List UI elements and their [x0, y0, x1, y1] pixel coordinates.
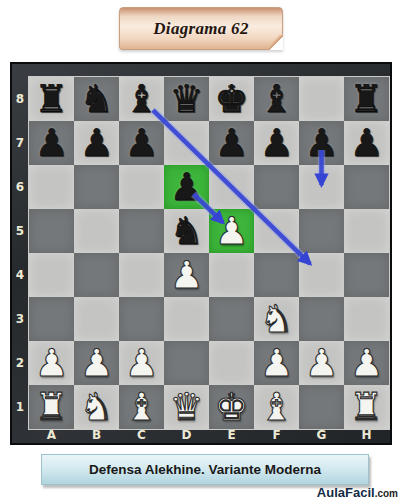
piece-black-rook: ♜	[344, 77, 389, 121]
square-e5: ♟	[209, 209, 254, 253]
caption-banner: Defensa Alekhine. Variante Moderna	[41, 454, 369, 485]
square-b4	[74, 253, 119, 297]
square-c2: ♟	[119, 341, 164, 385]
square-b7: ♟	[74, 121, 119, 165]
piece-white-pawn: ♟	[254, 341, 299, 385]
piece-black-king: ♚	[209, 77, 254, 121]
rank-label-7: 7	[12, 121, 28, 165]
brand-watermark: AulaFacil.com	[317, 485, 398, 500]
piece-black-knight: ♞	[74, 77, 119, 121]
piece-white-bishop: ♝	[119, 385, 164, 429]
file-label-e: E	[209, 429, 254, 443]
square-h8: ♜	[344, 77, 389, 121]
brand-name: AulaFacil	[317, 485, 375, 500]
rank-label-8: 8	[12, 77, 28, 121]
piece-black-bishop: ♝	[119, 77, 164, 121]
rank-label-5: 5	[12, 209, 28, 253]
square-f4	[254, 253, 299, 297]
file-label-a: A	[29, 429, 74, 443]
file-label-d: D	[164, 429, 209, 443]
file-label-c: C	[119, 429, 164, 443]
square-e7: ♟	[209, 121, 254, 165]
square-b2: ♟	[74, 341, 119, 385]
square-g1	[299, 385, 344, 429]
square-f8: ♝	[254, 77, 299, 121]
square-c5	[119, 209, 164, 253]
square-c4	[119, 253, 164, 297]
square-f3: ♞	[254, 297, 299, 341]
square-a4	[29, 253, 74, 297]
rank-label-6: 6	[12, 165, 28, 209]
chess-board-frame: ♜♞♝♛♚♝♜♟♟♟♟♟♟♟♟♞♟♟♞♟♟♟♟♟♟♜♞♝♛♚♝♜ 8765432…	[10, 62, 392, 445]
piece-white-king: ♚	[209, 385, 254, 429]
piece-black-bishop: ♝	[254, 77, 299, 121]
square-c6	[119, 165, 164, 209]
rank-label-4: 4	[12, 253, 28, 297]
square-b1: ♞	[74, 385, 119, 429]
diagram-title: Diagrama 62	[153, 19, 248, 39]
square-h4	[344, 253, 389, 297]
piece-white-queen: ♛	[164, 385, 209, 429]
file-label-g: G	[299, 429, 344, 443]
square-e6	[209, 165, 254, 209]
square-e4	[209, 253, 254, 297]
square-a1: ♜	[29, 385, 74, 429]
file-label-h: H	[344, 429, 389, 443]
piece-white-pawn: ♟	[209, 209, 254, 253]
piece-black-rook: ♜	[29, 77, 74, 121]
square-c7: ♟	[119, 121, 164, 165]
square-h7: ♟	[344, 121, 389, 165]
square-g3	[299, 297, 344, 341]
square-a7: ♟	[29, 121, 74, 165]
piece-white-rook: ♜	[29, 385, 74, 429]
piece-black-pawn: ♟	[344, 121, 389, 165]
square-c1: ♝	[119, 385, 164, 429]
square-h1: ♜	[344, 385, 389, 429]
square-d3	[164, 297, 209, 341]
square-e8: ♚	[209, 77, 254, 121]
square-g7: ♟	[299, 121, 344, 165]
piece-white-pawn: ♟	[299, 341, 344, 385]
square-a6	[29, 165, 74, 209]
square-f5	[254, 209, 299, 253]
square-a2: ♟	[29, 341, 74, 385]
file-label-f: F	[254, 429, 299, 443]
piece-black-knight: ♞	[164, 209, 209, 253]
square-g8	[299, 77, 344, 121]
piece-black-pawn: ♟	[119, 121, 164, 165]
square-d2	[164, 341, 209, 385]
square-d4: ♟	[164, 253, 209, 297]
rank-label-3: 3	[12, 297, 28, 341]
square-b6	[74, 165, 119, 209]
square-b5	[74, 209, 119, 253]
square-b3	[74, 297, 119, 341]
inner-board: ♜♞♝♛♚♝♜♟♟♟♟♟♟♟♟♞♟♟♞♟♟♟♟♟♟♜♞♝♛♚♝♜	[28, 76, 390, 430]
piece-white-knight: ♞	[74, 385, 119, 429]
piece-black-pawn: ♟	[74, 121, 119, 165]
piece-black-queen: ♛	[164, 77, 209, 121]
square-g6	[299, 165, 344, 209]
square-d7	[164, 121, 209, 165]
brand-suffix: .com	[375, 488, 398, 499]
title-banner: Diagrama 62	[119, 7, 283, 50]
square-c8: ♝	[119, 77, 164, 121]
square-h2: ♟	[344, 341, 389, 385]
square-c3	[119, 297, 164, 341]
square-e3	[209, 297, 254, 341]
piece-black-pawn: ♟	[164, 165, 209, 209]
square-h5	[344, 209, 389, 253]
square-g5	[299, 209, 344, 253]
square-g4	[299, 253, 344, 297]
square-d8: ♛	[164, 77, 209, 121]
square-h3	[344, 297, 389, 341]
piece-black-pawn: ♟	[29, 121, 74, 165]
page: Diagrama 62 ♜♞♝♛♚♝♜♟♟♟♟♟♟♟♟♞♟♟♞♟♟♟♟♟♟♜♞♝…	[0, 0, 402, 501]
square-f1: ♝	[254, 385, 299, 429]
square-d5: ♞	[164, 209, 209, 253]
square-d1: ♛	[164, 385, 209, 429]
square-f2: ♟	[254, 341, 299, 385]
file-label-b: B	[74, 429, 119, 443]
square-g2: ♟	[299, 341, 344, 385]
square-f6	[254, 165, 299, 209]
square-h6	[344, 165, 389, 209]
piece-white-pawn: ♟	[119, 341, 164, 385]
piece-black-pawn: ♟	[254, 121, 299, 165]
piece-white-bishop: ♝	[254, 385, 299, 429]
square-f7: ♟	[254, 121, 299, 165]
piece-white-pawn: ♟	[344, 341, 389, 385]
piece-white-pawn: ♟	[29, 341, 74, 385]
opening-name-label: Defensa Alekhine. Variante Moderna	[89, 462, 321, 477]
rank-label-1: 1	[12, 385, 28, 429]
rank-label-2: 2	[12, 341, 28, 385]
piece-black-pawn: ♟	[209, 121, 254, 165]
piece-white-pawn: ♟	[74, 341, 119, 385]
square-a8: ♜	[29, 77, 74, 121]
square-a3	[29, 297, 74, 341]
piece-white-rook: ♜	[344, 385, 389, 429]
square-b8: ♞	[74, 77, 119, 121]
piece-white-pawn: ♟	[164, 253, 209, 297]
square-a5	[29, 209, 74, 253]
piece-black-pawn: ♟	[299, 121, 344, 165]
piece-white-knight: ♞	[254, 297, 299, 341]
square-e1: ♚	[209, 385, 254, 429]
square-d6: ♟	[164, 165, 209, 209]
square-e2	[209, 341, 254, 385]
